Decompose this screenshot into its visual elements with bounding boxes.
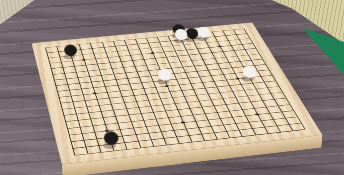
black-stone[interactable]: ● <box>64 44 78 56</box>
grid-line-vertical <box>135 39 180 143</box>
grid-line-horizontal <box>65 98 286 122</box>
go-scene: ●●●●●●●● <box>0 0 344 175</box>
goban-grid[interactable]: ●●●●●●●● <box>45 29 305 155</box>
grid-line-vertical <box>190 34 244 137</box>
grid-line-horizontal <box>48 38 250 58</box>
